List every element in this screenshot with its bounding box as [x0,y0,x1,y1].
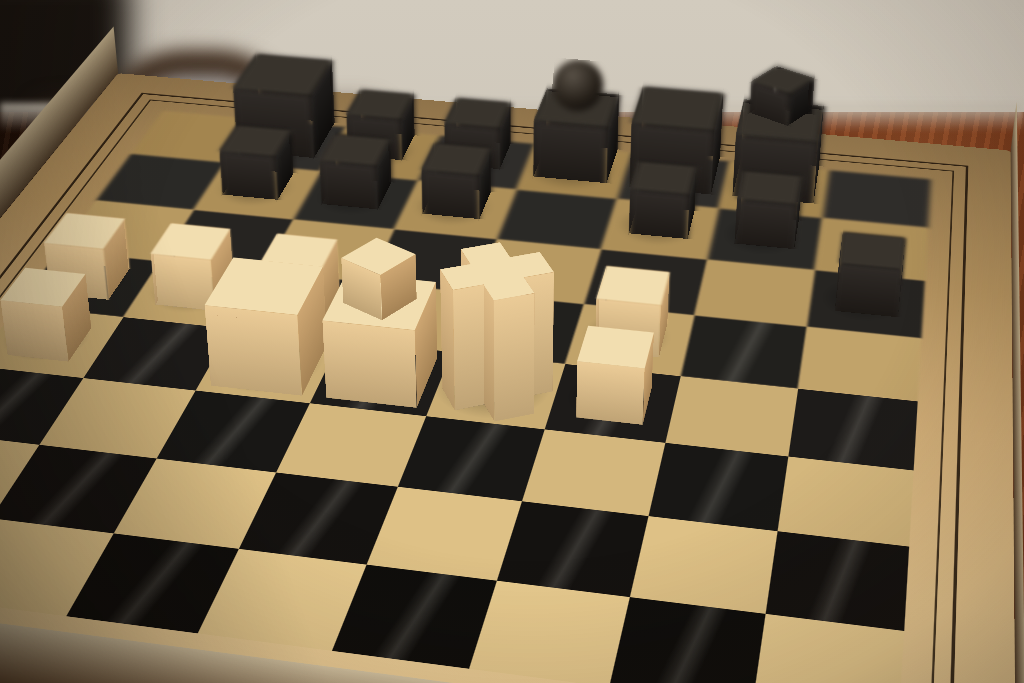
cube-face-front [322,320,416,407]
square-d8[interactable] [418,135,535,189]
square-e7[interactable] [497,189,617,249]
cube-face-front [576,360,644,424]
cube-face-front [493,292,534,420]
square-d7[interactable] [395,180,518,239]
piece-white-king-d4-base[interactable] [326,348,437,407]
cube-face-top [631,86,723,129]
chessboard [0,73,1016,683]
board-perspective-container [0,0,1024,683]
square-g6[interactable] [695,259,816,326]
photo-scene [0,0,1024,683]
cube-face-top [577,325,654,368]
cube-face-front [204,304,301,394]
piece-white-pawn-f4[interactable] [576,380,652,424]
piece-white-rook-c4[interactable] [211,335,327,395]
cube-face-front [0,299,68,360]
board-side-right [1011,101,1024,683]
